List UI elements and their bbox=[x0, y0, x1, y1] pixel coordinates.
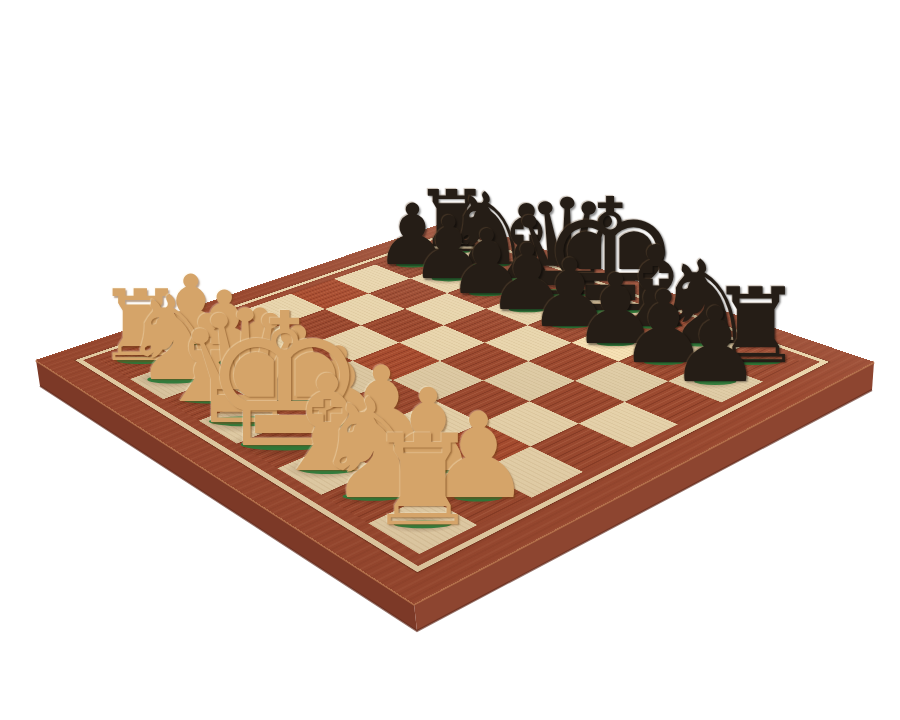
chess-set-photo: ♜♞♝♛♚♝♞♜♟♟♟♟♟♟♟♟♟♟♟♟♟♟♟♟♜♞♝♛♚♝♞♜ bbox=[0, 0, 900, 720]
white-rook-glyph: ♜ bbox=[366, 419, 478, 544]
black-pawn-glyph: ♟ bbox=[669, 294, 762, 398]
